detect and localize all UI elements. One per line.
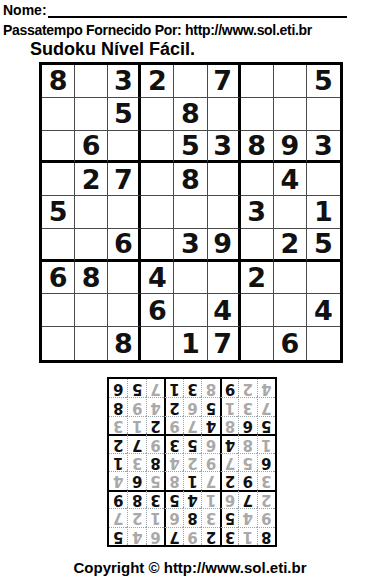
cell-r4c4[interactable]	[141, 163, 174, 196]
cell-r4c6[interactable]	[208, 163, 241, 196]
cell-r9c4[interactable]	[141, 327, 174, 360]
solution-cell-r7c3: 8	[220, 416, 238, 434]
cell-r1c2[interactable]	[75, 65, 108, 98]
solution-cell-r7c6: 9	[164, 416, 182, 434]
solution-cell-r3c2: 7	[238, 490, 256, 508]
name-label: Nome:	[3, 2, 47, 18]
solution-cell-r6c4: 6	[201, 434, 219, 452]
cell-r1c7[interactable]	[241, 65, 274, 98]
solution-cell-r3c8: 8	[127, 490, 145, 508]
solution-cell-r8c1: 7	[257, 397, 275, 415]
solution-cell-r1c3: 3	[220, 527, 238, 545]
solution-cell-r3c4: 1	[201, 490, 219, 508]
solution-cell-r3c6: 5	[164, 490, 182, 508]
solution-cell-r4c3: 2	[220, 471, 238, 489]
cell-r3c4[interactable]	[141, 131, 174, 164]
cell-r6c6: 9	[208, 229, 241, 262]
solution-cell-r4c8: 6	[127, 471, 145, 489]
cell-r2c4[interactable]	[141, 98, 174, 131]
cell-r9c3: 8	[108, 327, 141, 360]
cell-r6c4[interactable]	[141, 229, 174, 262]
cell-r2c7[interactable]	[241, 98, 274, 131]
cell-r3c9: 3	[307, 131, 340, 164]
solution-cell-r8c8: 9	[127, 397, 145, 415]
cell-r7c5[interactable]	[174, 262, 207, 295]
cell-r5c6[interactable]	[208, 196, 241, 229]
cell-r7c8[interactable]	[274, 262, 307, 295]
cell-r9c1[interactable]	[42, 327, 75, 360]
solution-cell-r6c9: 2	[109, 434, 127, 452]
solution-cell-r6c1: 1	[257, 434, 275, 452]
solution-cell-r5c7: 8	[146, 453, 164, 471]
provided-by-text: Passatempo Fornecido Por: http://www.sol…	[3, 22, 380, 38]
cell-r6c9: 5	[307, 229, 340, 262]
cell-r1c4: 2	[141, 65, 174, 98]
solution-cell-r1c2: 1	[238, 527, 256, 545]
cell-r7c6[interactable]	[208, 262, 241, 295]
solution-cell-r2c3: 5	[220, 508, 238, 526]
cell-r2c1[interactable]	[42, 98, 75, 131]
solution-cell-r6c3: 4	[220, 434, 238, 452]
solution-cell-r1c6: 7	[164, 527, 182, 545]
cell-r1c8[interactable]	[274, 65, 307, 98]
solution-cell-r6c6: 3	[164, 434, 182, 452]
solution-cell-r5c2: 5	[238, 453, 256, 471]
cell-r5c2[interactable]	[75, 196, 108, 229]
solution-cell-r7c1: 5	[257, 416, 275, 434]
solution-cell-r6c7: 9	[146, 434, 164, 452]
cell-r7c1: 6	[42, 262, 75, 295]
cell-r5c1: 5	[42, 196, 75, 229]
cell-r3c7: 8	[241, 131, 274, 164]
solution-cell-r2c5: 8	[183, 508, 201, 526]
solution-cell-r5c9: 1	[109, 453, 127, 471]
solution-cell-r9c6: 1	[164, 379, 182, 397]
solution-cell-r3c9: 9	[109, 490, 127, 508]
solution-cell-r9c3: 9	[220, 379, 238, 397]
solution-cell-r7c4: 4	[201, 416, 219, 434]
cell-r9c7[interactable]	[241, 327, 274, 360]
solution-cell-r8c7: 4	[146, 397, 164, 415]
cell-r6c5: 3	[174, 229, 207, 262]
puzzle-grid: 832755865389327845316392568426448176	[39, 62, 343, 363]
solution-cell-r9c9: 6	[109, 379, 127, 397]
solution-cell-r1c5: 9	[183, 527, 201, 545]
page-title: Sudoku Nível Fácil.	[30, 39, 195, 60]
cell-r7c4: 4	[141, 262, 174, 295]
solution-cell-r9c1: 4	[257, 379, 275, 397]
cell-r2c5: 8	[174, 98, 207, 131]
cell-r3c1[interactable]	[42, 131, 75, 164]
solution-cell-r7c2: 6	[238, 416, 256, 434]
solution-cell-r1c9: 5	[109, 527, 127, 545]
name-fill-line[interactable]	[48, 2, 347, 18]
solution-cell-r1c4: 2	[201, 527, 219, 545]
cell-r5c9: 1	[307, 196, 340, 229]
solution-cell-r6c2: 8	[238, 434, 256, 452]
cell-r2c9[interactable]	[307, 98, 340, 131]
solution-cell-r9c4: 8	[201, 379, 219, 397]
cell-r4c3: 7	[108, 163, 141, 196]
cell-r3c2: 6	[75, 131, 108, 164]
cell-r8c9: 4	[307, 294, 340, 327]
cell-r2c8[interactable]	[274, 98, 307, 131]
cell-r7c3[interactable]	[108, 262, 141, 295]
cell-r5c5[interactable]	[174, 196, 207, 229]
cell-r6c8: 2	[274, 229, 307, 262]
cell-r9c9	[307, 327, 340, 360]
cell-r2c2[interactable]	[75, 98, 108, 131]
solution-cell-r2c4: 3	[201, 508, 219, 526]
solution-cell-r2c7: 1	[146, 508, 164, 526]
solution-cell-r1c8: 4	[127, 527, 145, 545]
solution-cell-r7c9: 3	[109, 416, 127, 434]
solution-cell-r5c8: 3	[127, 453, 145, 471]
cell-r8c3[interactable]	[108, 294, 141, 327]
solution-cell-r7c8: 1	[127, 416, 145, 434]
solution-cell-r1c1: 8	[257, 527, 275, 545]
cell-r1c3: 3	[108, 65, 141, 98]
cell-r2c6[interactable]	[208, 98, 241, 131]
cell-r8c7[interactable]	[241, 294, 274, 327]
solution-cell-r8c2: 3	[238, 397, 256, 415]
cell-r7c9[interactable]	[307, 262, 340, 295]
solution-cell-r6c5: 5	[183, 434, 201, 452]
solution-cell-r7c7: 2	[146, 416, 164, 434]
solution-cell-r9c7: 7	[146, 379, 164, 397]
solution-cell-r5c1: 6	[257, 453, 275, 471]
solution-cell-r2c2: 4	[238, 508, 256, 526]
cell-r4c9[interactable]	[307, 163, 340, 196]
cell-r9c6: 7	[208, 327, 241, 360]
cell-r1c5[interactable]	[174, 65, 207, 98]
solution-cell-r4c6: 8	[164, 471, 182, 489]
solution-cell-r8c9: 8	[109, 397, 127, 415]
solution-cell-r2c6: 6	[164, 508, 182, 526]
cell-r9c5: 1	[174, 327, 207, 360]
solution-cell-r8c5: 6	[183, 397, 201, 415]
cell-r4c5: 8	[174, 163, 207, 196]
solution-cell-r2c1: 9	[257, 508, 275, 526]
cell-r4c2: 2	[75, 163, 108, 196]
cell-r3c8: 9	[274, 131, 307, 164]
solution-cell-r3c3: 6	[220, 490, 238, 508]
cell-r8c8[interactable]	[274, 294, 307, 327]
cell-r8c5[interactable]	[174, 294, 207, 327]
solution-grid: 8132976459453861272761453893927185646579…	[107, 377, 277, 547]
solution-cell-r8c3: 1	[220, 397, 238, 415]
solution-cell-r5c3: 7	[220, 453, 238, 471]
solution-cell-r5c5: 2	[183, 453, 201, 471]
solution-cell-r9c8: 5	[127, 379, 145, 397]
solution-cell-r4c9: 4	[109, 471, 127, 489]
cell-r3c3[interactable]	[108, 131, 141, 164]
solution-cell-r9c2: 2	[238, 379, 256, 397]
cell-r5c8[interactable]	[274, 196, 307, 229]
cell-r3c5: 5	[174, 131, 207, 164]
solution-cell-r4c4: 7	[201, 471, 219, 489]
solution-cell-r2c8: 2	[127, 508, 145, 526]
solution-cell-r8c4: 5	[201, 397, 219, 415]
solution-cell-r7c5: 7	[183, 416, 201, 434]
solution-cell-r9c5: 3	[183, 379, 201, 397]
cell-r6c7[interactable]	[241, 229, 274, 262]
solution-cell-r3c1: 2	[257, 490, 275, 508]
cell-r3c6: 3	[208, 131, 241, 164]
solution-cell-r3c7: 3	[146, 490, 164, 508]
cell-r8c6: 4	[208, 294, 241, 327]
solution-cell-r5c6: 4	[164, 453, 182, 471]
cell-r4c1[interactable]	[42, 163, 75, 196]
cell-r2c3: 5	[108, 98, 141, 131]
solution-cell-r3c5: 4	[183, 490, 201, 508]
cell-r1c1: 8	[42, 65, 75, 98]
cell-r5c7: 3	[241, 196, 274, 229]
cell-r6c1[interactable]	[42, 229, 75, 262]
solution-cell-r4c2: 9	[238, 471, 256, 489]
cell-r6c2[interactable]	[75, 229, 108, 262]
solution-cell-r8c6: 2	[164, 397, 182, 415]
cell-r9c8: 6	[274, 327, 307, 360]
cell-r4c7[interactable]	[241, 163, 274, 196]
cell-r8c1[interactable]	[42, 294, 75, 327]
cell-r6c3: 6	[108, 229, 141, 262]
copyright-text: Copyright © http://www.sol.eti.br	[0, 559, 380, 576]
cell-r1c6: 7	[208, 65, 241, 98]
solution-cell-r6c8: 7	[127, 434, 145, 452]
cell-r8c4: 6	[141, 294, 174, 327]
cell-r7c7: 2	[241, 262, 274, 295]
solution-cell-r4c5: 1	[183, 471, 201, 489]
cell-r8c2[interactable]	[75, 294, 108, 327]
solution-cell-r2c9: 7	[109, 508, 127, 526]
cell-r1c9: 5	[307, 65, 340, 98]
cell-r5c3[interactable]	[108, 196, 141, 229]
cell-r9c2[interactable]	[75, 327, 108, 360]
cell-r5c4[interactable]	[141, 196, 174, 229]
solution-cell-r4c1: 3	[257, 471, 275, 489]
solution-cell-r4c7: 5	[146, 471, 164, 489]
cell-r4c8: 4	[274, 163, 307, 196]
solution-cell-r5c4: 9	[201, 453, 219, 471]
cell-r7c2: 8	[75, 262, 108, 295]
name-field-row: Nome:	[3, 2, 347, 18]
solution-cell-r1c7: 6	[146, 527, 164, 545]
